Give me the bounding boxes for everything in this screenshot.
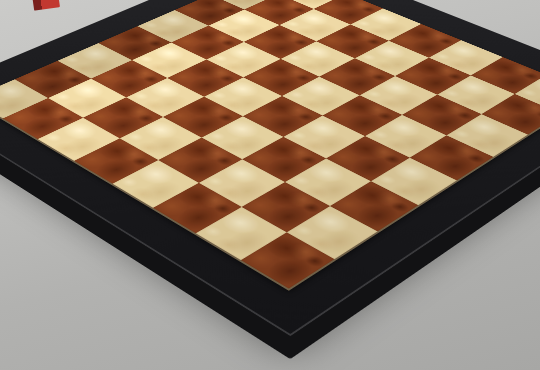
square[interactable] bbox=[326, 136, 410, 181]
square[interactable] bbox=[202, 116, 284, 159]
square[interactable] bbox=[481, 94, 540, 135]
square[interactable] bbox=[242, 137, 326, 182]
square[interactable] bbox=[74, 138, 158, 183]
square[interactable] bbox=[158, 138, 242, 183]
square[interactable] bbox=[199, 159, 285, 207]
square[interactable] bbox=[3, 98, 83, 139]
square[interactable] bbox=[120, 117, 202, 160]
square[interactable] bbox=[196, 207, 287, 260]
square[interactable] bbox=[283, 116, 365, 159]
square[interactable] bbox=[402, 95, 481, 136]
square[interactable] bbox=[330, 181, 418, 231]
square[interactable] bbox=[285, 158, 371, 206]
square[interactable] bbox=[241, 232, 335, 288]
square[interactable] bbox=[163, 97, 243, 138]
board-frame bbox=[0, 0, 540, 334]
square[interactable] bbox=[83, 97, 163, 138]
square[interactable] bbox=[323, 95, 403, 136]
square[interactable] bbox=[287, 206, 378, 259]
chessboard[interactable] bbox=[0, 0, 540, 334]
square[interactable] bbox=[365, 115, 446, 158]
square[interactable] bbox=[371, 158, 457, 206]
square[interactable] bbox=[38, 118, 120, 161]
scene bbox=[0, 0, 540, 370]
red-object bbox=[32, 0, 60, 11]
square[interactable] bbox=[153, 183, 242, 233]
square[interactable] bbox=[242, 182, 330, 232]
board-grid[interactable] bbox=[0, 0, 540, 289]
square[interactable] bbox=[447, 114, 528, 157]
square[interactable] bbox=[410, 135, 494, 180]
square[interactable] bbox=[243, 96, 323, 137]
square[interactable] bbox=[113, 160, 199, 208]
